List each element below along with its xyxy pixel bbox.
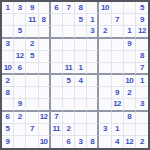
cell-r7c2-empty[interactable] <box>14 75 26 87</box>
cell-r7c5-empty[interactable] <box>51 75 63 87</box>
cell-r1c4-empty[interactable] <box>39 2 51 14</box>
cell-r12c8-given: 8 <box>87 136 99 148</box>
cell-r1c7-given: 8 <box>75 2 87 14</box>
cell-r7c12-given: 1 <box>136 75 148 87</box>
cell-r2c9-empty[interactable] <box>99 14 111 26</box>
cell-r9c12-given: 3 <box>136 99 148 111</box>
cell-r7c8-empty[interactable] <box>87 75 99 87</box>
cell-r6c4-empty[interactable] <box>39 63 51 75</box>
cell-r4c12-empty[interactable] <box>136 39 148 51</box>
cell-r11c9-given: 3 <box>99 124 111 136</box>
cell-r5c12-given: 8 <box>136 51 148 63</box>
cell-r6c7-given: 1 <box>75 63 87 75</box>
cell-r12c7-given: 3 <box>75 136 87 148</box>
cell-r2c11-empty[interactable] <box>124 14 136 26</box>
cell-r11c10-given: 1 <box>112 124 124 136</box>
cell-r7c3-empty[interactable] <box>26 75 38 87</box>
cell-r8c12-empty[interactable] <box>136 87 148 99</box>
cell-r7c10-empty[interactable] <box>112 75 124 87</box>
cell-r6c11-empty[interactable] <box>124 63 136 75</box>
cell-r1c3-given: 9 <box>26 2 38 14</box>
cell-r9c5-empty[interactable] <box>51 99 63 111</box>
cell-r3c12-given: 12 <box>136 26 148 38</box>
cell-r11c2-empty[interactable] <box>14 124 26 136</box>
cell-r4c7-empty[interactable] <box>75 39 87 51</box>
cell-r2c5-empty[interactable] <box>51 14 63 26</box>
cell-r7c4-empty[interactable] <box>39 75 51 87</box>
cell-r11c3-given: 7 <box>26 124 38 136</box>
cell-r8c2-empty[interactable] <box>14 87 26 99</box>
cell-r12c4-given: 10 <box>39 136 51 148</box>
cell-r1c1-given: 1 <box>2 2 14 14</box>
cell-r12c3-empty[interactable] <box>26 136 38 148</box>
cell-r11c12-empty[interactable] <box>136 124 148 136</box>
cell-r2c6-empty[interactable] <box>63 14 75 26</box>
cell-r10c7-empty[interactable] <box>75 112 87 124</box>
cell-r3c1-empty[interactable] <box>2 26 14 38</box>
cell-r10c9-empty[interactable] <box>99 112 111 124</box>
cell-r3c5-empty[interactable] <box>51 26 63 38</box>
cell-r3c8-given: 3 <box>87 26 99 38</box>
cell-r4c10-empty[interactable] <box>112 39 124 51</box>
cell-r4c2-empty[interactable] <box>14 39 26 51</box>
cell-r6c8-empty[interactable] <box>87 63 99 75</box>
cell-r9c8-empty[interactable] <box>87 99 99 111</box>
cell-r6c6-given: 11 <box>63 63 75 75</box>
cell-r8c1-given: 8 <box>2 87 14 99</box>
cell-r3c9-given: 2 <box>99 26 111 38</box>
cell-r4c5-empty[interactable] <box>51 39 63 51</box>
cell-r4c11-given: 9 <box>124 39 136 51</box>
cell-r4c4-empty[interactable] <box>39 39 51 51</box>
cell-r8c11-given: 2 <box>124 87 136 99</box>
cell-r5c4-empty[interactable] <box>39 51 51 63</box>
cell-r2c10-given: 7 <box>112 14 124 26</box>
cell-r4c9-empty[interactable] <box>99 39 111 51</box>
cell-r1c2-given: 3 <box>14 2 26 14</box>
cell-r8c9-empty[interactable] <box>99 87 111 99</box>
cell-r10c2-given: 2 <box>14 112 26 124</box>
cell-r5c3-given: 5 <box>26 51 38 63</box>
cell-r5c2-given: 12 <box>14 51 26 63</box>
cell-r7c9-empty[interactable] <box>99 75 111 87</box>
cell-r11c6-given: 2 <box>63 124 75 136</box>
cell-r1c11-empty[interactable] <box>124 2 136 14</box>
cell-r11c1-given: 5 <box>2 124 14 136</box>
cell-r9c9-empty[interactable] <box>99 99 111 111</box>
cell-r4c8-empty[interactable] <box>87 39 99 51</box>
cell-r5c8-empty[interactable] <box>87 51 99 63</box>
cell-r9c10-given: 12 <box>112 99 124 111</box>
cell-r8c3-empty[interactable] <box>26 87 38 99</box>
cell-r9c1-empty[interactable] <box>2 99 14 111</box>
cell-r3c11-given: 1 <box>124 26 136 38</box>
cell-r11c11-empty[interactable] <box>124 124 136 136</box>
cell-r3c10-empty[interactable] <box>112 26 124 38</box>
cell-r10c3-empty[interactable] <box>26 112 38 124</box>
cell-r11c7-empty[interactable] <box>75 124 87 136</box>
cell-r7c1-given: 2 <box>2 75 14 87</box>
cell-r5c5-empty[interactable] <box>51 51 63 63</box>
sudoku-board: 1396781051185179532112329125810611172541… <box>0 0 150 150</box>
cell-r9c11-empty[interactable] <box>124 99 136 111</box>
cell-r1c5-given: 6 <box>51 2 63 14</box>
cell-r12c11-given: 12 <box>124 136 136 148</box>
cell-r9c6-empty[interactable] <box>63 99 75 111</box>
cell-r10c1-given: 6 <box>2 112 14 124</box>
cell-r6c3-empty[interactable] <box>26 63 38 75</box>
cell-r2c2-empty[interactable] <box>14 14 26 26</box>
cell-r1c9-given: 10 <box>99 2 111 14</box>
cell-r6c9-empty[interactable] <box>99 63 111 75</box>
cell-r9c7-empty[interactable] <box>75 99 87 111</box>
cell-r2c1-empty[interactable] <box>2 14 14 26</box>
cell-r8c4-empty[interactable] <box>39 87 51 99</box>
cell-r6c10-empty[interactable] <box>112 63 124 75</box>
cell-r7c7-given: 4 <box>75 75 87 87</box>
cell-r3c6-empty[interactable] <box>63 26 75 38</box>
cell-r8c10-given: 9 <box>112 87 124 99</box>
cell-r5c6-empty[interactable] <box>63 51 75 63</box>
cell-r4c6-empty[interactable] <box>63 39 75 51</box>
cell-r1c8-empty[interactable] <box>87 2 99 14</box>
cell-r10c4-given: 12 <box>39 112 51 124</box>
cell-r11c4-empty[interactable] <box>39 124 51 136</box>
cell-r5c1-empty[interactable] <box>2 51 14 63</box>
cell-r2c3-given: 11 <box>26 14 38 26</box>
cell-r10c6-empty[interactable] <box>63 112 75 124</box>
cell-r3c7-empty[interactable] <box>75 26 87 38</box>
cell-r5c11-empty[interactable] <box>124 51 136 63</box>
cell-r6c1-given: 10 <box>2 63 14 75</box>
cell-r9c3-empty[interactable] <box>26 99 38 111</box>
cell-r4c3-given: 2 <box>26 39 38 51</box>
cell-r6c2-given: 6 <box>14 63 26 75</box>
cell-r7c11-given: 10 <box>124 75 136 87</box>
cell-r11c8-empty[interactable] <box>87 124 99 136</box>
cell-r2c7-given: 5 <box>75 14 87 26</box>
cell-r2c4-given: 8 <box>39 14 51 26</box>
cell-r7c6-given: 5 <box>63 75 75 87</box>
cell-r10c12-empty[interactable] <box>136 112 148 124</box>
cell-r1c6-given: 7 <box>63 2 75 14</box>
cell-r10c10-empty[interactable] <box>112 112 124 124</box>
cell-r5c9-empty[interactable] <box>99 51 111 63</box>
cell-r10c5-given: 7 <box>51 112 63 124</box>
cell-r12c2-empty[interactable] <box>14 136 26 148</box>
cell-r1c10-empty[interactable] <box>112 2 124 14</box>
cell-r6c5-empty[interactable] <box>51 63 63 75</box>
cell-r9c4-empty[interactable] <box>39 99 51 111</box>
cell-r12c1-given: 9 <box>2 136 14 148</box>
cell-r8c5-empty[interactable] <box>51 87 63 99</box>
cell-r12c9-empty[interactable] <box>99 136 111 148</box>
cell-r4c1-given: 3 <box>2 39 14 51</box>
cell-r8c8-empty[interactable] <box>87 87 99 99</box>
cell-r5c7-empty[interactable] <box>75 51 87 63</box>
cell-r12c12-given: 2 <box>136 136 148 148</box>
cell-r8c6-empty[interactable] <box>63 87 75 99</box>
cell-r6c12-given: 7 <box>136 63 148 75</box>
cell-r12c6-given: 6 <box>63 136 75 148</box>
cell-r2c12-given: 9 <box>136 14 148 26</box>
cell-r9c2-given: 9 <box>14 99 26 111</box>
cell-r2c8-given: 1 <box>87 14 99 26</box>
cell-r11c5-given: 11 <box>51 124 63 136</box>
cell-r3c3-empty[interactable] <box>26 26 38 38</box>
cell-r12c10-given: 4 <box>112 136 124 148</box>
cell-r1c12-given: 5 <box>136 2 148 14</box>
cell-r12c5-empty[interactable] <box>51 136 63 148</box>
cell-r3c4-empty[interactable] <box>39 26 51 38</box>
cell-r5c10-empty[interactable] <box>112 51 124 63</box>
cell-r10c11-given: 8 <box>124 112 136 124</box>
cell-r10c8-empty[interactable] <box>87 112 99 124</box>
cell-r8c7-empty[interactable] <box>75 87 87 99</box>
cell-r3c2-given: 5 <box>14 26 26 38</box>
